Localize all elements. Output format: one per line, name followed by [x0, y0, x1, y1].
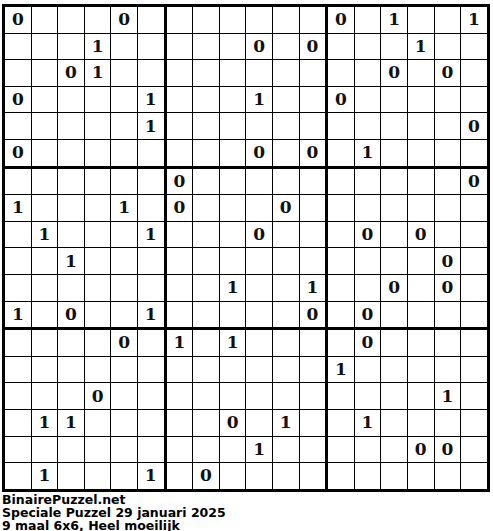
- cell-r14c9-empty[interactable]: [220, 357, 247, 384]
- cell-r18c17-empty[interactable]: [435, 463, 462, 489]
- cell-r17c12-empty[interactable]: [300, 437, 329, 464]
- cell-r6c16-empty[interactable]: [408, 140, 435, 169]
- cell-r14c3-empty[interactable]: [58, 357, 85, 384]
- cell-r7c4-empty[interactable]: [85, 169, 112, 196]
- cell-r6c17-empty[interactable]: [435, 140, 462, 169]
- cell-r5c11-empty[interactable]: [273, 113, 300, 140]
- cell-r17c5-empty[interactable]: [111, 437, 138, 464]
- cell-r10c9-empty[interactable]: [220, 248, 247, 275]
- cell-r9c17-empty[interactable]: [435, 222, 462, 249]
- cell-r11c5-empty[interactable]: [111, 275, 138, 302]
- cell-r13c6-empty[interactable]: [138, 330, 167, 357]
- cell-r14c11-empty[interactable]: [273, 357, 300, 384]
- cell-r14c6-empty[interactable]: [138, 357, 167, 384]
- cell-r4c17-empty[interactable]: [435, 87, 462, 114]
- cell-r18c2-given: 1: [32, 463, 59, 489]
- cell-r1c1-given: 0: [5, 7, 32, 34]
- cell-r15c12-empty[interactable]: [300, 383, 329, 410]
- cell-r8c10-empty[interactable]: [246, 195, 273, 222]
- cell-r18c16-empty[interactable]: [408, 463, 435, 489]
- cell-r16c7-empty[interactable]: [167, 410, 194, 437]
- cell-r18c1-empty[interactable]: [5, 463, 32, 489]
- cell-r18c14-empty[interactable]: [355, 463, 382, 489]
- cell-r2c2-empty[interactable]: [32, 34, 59, 61]
- cell-r13c4-empty[interactable]: [85, 330, 112, 357]
- cell-r5c10-empty[interactable]: [246, 113, 273, 140]
- cell-r17c10-given: 1: [246, 437, 273, 464]
- cell-r15c10-empty[interactable]: [246, 383, 273, 410]
- cell-r5c9-empty[interactable]: [220, 113, 247, 140]
- cell-r11c15-given: 0: [381, 275, 408, 302]
- cell-r16c8-empty[interactable]: [193, 410, 220, 437]
- cell-r6c7-empty[interactable]: [167, 140, 194, 169]
- cell-r8c2-empty[interactable]: [32, 195, 59, 222]
- cell-r17c2-empty[interactable]: [32, 437, 59, 464]
- cell-r3c5-empty[interactable]: [111, 60, 138, 87]
- cell-r9c13-empty[interactable]: [328, 222, 355, 249]
- cell-r9c9-empty[interactable]: [220, 222, 247, 249]
- cell-r3c10-empty[interactable]: [246, 60, 273, 87]
- cell-r13c10-empty[interactable]: [246, 330, 273, 357]
- cell-r7c6-empty[interactable]: [138, 169, 167, 196]
- cell-r16c10-empty[interactable]: [246, 410, 273, 437]
- cell-r16c2-given: 1: [32, 410, 59, 437]
- cell-r5c16-empty[interactable]: [408, 113, 435, 140]
- cell-r6c12-given: 0: [300, 140, 329, 169]
- cell-r2c9-empty[interactable]: [220, 34, 247, 61]
- cell-r18c7-empty[interactable]: [167, 463, 194, 489]
- cell-r10c6-empty[interactable]: [138, 248, 167, 275]
- cell-r17c7-empty[interactable]: [167, 437, 194, 464]
- cell-r10c14-empty[interactable]: [355, 248, 382, 275]
- cell-r2c14-empty[interactable]: [355, 34, 382, 61]
- cell-r3c9-empty[interactable]: [220, 60, 247, 87]
- cell-r16c5-empty[interactable]: [111, 410, 138, 437]
- cell-r5c15-empty[interactable]: [381, 113, 408, 140]
- cell-r10c10-empty[interactable]: [246, 248, 273, 275]
- cell-r6c3-empty[interactable]: [58, 140, 85, 169]
- cell-r11c7-empty[interactable]: [167, 275, 194, 302]
- cell-r13c1-empty[interactable]: [5, 330, 32, 357]
- cell-r1c11-empty[interactable]: [273, 7, 300, 34]
- cell-r13c2-empty[interactable]: [32, 330, 59, 357]
- cell-r16c3-given: 1: [58, 410, 85, 437]
- cell-r6c5-empty[interactable]: [111, 140, 138, 169]
- cell-r7c13-empty[interactable]: [328, 169, 355, 196]
- cell-r15c4-given: 0: [85, 383, 112, 410]
- cell-r16c1-empty[interactable]: [5, 410, 32, 437]
- cell-r17c8-empty[interactable]: [193, 437, 220, 464]
- cell-r2c8-empty[interactable]: [193, 34, 220, 61]
- cell-r2c7-empty[interactable]: [167, 34, 194, 61]
- cell-r15c5-empty[interactable]: [111, 383, 138, 410]
- cell-r11c1-empty[interactable]: [5, 275, 32, 302]
- cell-r10c18-empty[interactable]: [461, 248, 487, 275]
- cell-r14c15-empty[interactable]: [381, 357, 408, 384]
- cell-r4c16-empty[interactable]: [408, 87, 435, 114]
- cell-r2c6-empty[interactable]: [138, 34, 167, 61]
- cell-r15c1-empty[interactable]: [5, 383, 32, 410]
- cell-r4c2-empty[interactable]: [32, 87, 59, 114]
- cell-r3c16-empty[interactable]: [408, 60, 435, 87]
- cell-r11c10-empty[interactable]: [246, 275, 273, 302]
- cell-r14c5-empty[interactable]: [111, 357, 138, 384]
- cell-r13c14-given: 0: [355, 330, 382, 357]
- cell-r3c1-empty[interactable]: [5, 60, 32, 87]
- cell-r9c15-empty[interactable]: [381, 222, 408, 249]
- cell-r18c5-empty[interactable]: [111, 463, 138, 489]
- cell-r2c16-given: 1: [408, 34, 435, 61]
- cell-r6c18-empty[interactable]: [461, 140, 487, 169]
- cell-r4c3-empty[interactable]: [58, 87, 85, 114]
- cell-r12c1-given: 1: [5, 302, 32, 331]
- cell-r13c18-empty[interactable]: [461, 330, 487, 357]
- footer-subtitle: Speciale Puzzel 29 januari 2025: [2, 506, 493, 519]
- cell-r11c3-empty[interactable]: [58, 275, 85, 302]
- cell-r8c6-empty[interactable]: [138, 195, 167, 222]
- cell-r8c9-empty[interactable]: [220, 195, 247, 222]
- cell-r12c17-empty[interactable]: [435, 302, 462, 331]
- cell-r14c14-empty[interactable]: [355, 357, 382, 384]
- cell-r15c14-empty[interactable]: [355, 383, 382, 410]
- cell-r1c9-empty[interactable]: [220, 7, 247, 34]
- cell-r6c13-empty[interactable]: [328, 140, 355, 169]
- cell-r1c8-empty[interactable]: [193, 7, 220, 34]
- cell-r7c10-empty[interactable]: [246, 169, 273, 196]
- cell-r1c2-empty[interactable]: [32, 7, 59, 34]
- cell-r10c13-empty[interactable]: [328, 248, 355, 275]
- cell-r1c13-given: 0: [328, 7, 355, 34]
- cell-r16c6-empty[interactable]: [138, 410, 167, 437]
- cell-r11c14-empty[interactable]: [355, 275, 382, 302]
- cell-r7c8-empty[interactable]: [193, 169, 220, 196]
- cell-r13c16-empty[interactable]: [408, 330, 435, 357]
- cell-r10c2-empty[interactable]: [32, 248, 59, 275]
- cell-r14c12-empty[interactable]: [300, 357, 329, 384]
- cell-r5c2-empty[interactable]: [32, 113, 59, 140]
- cell-r9c7-empty[interactable]: [167, 222, 194, 249]
- cell-r16c11-given: 1: [273, 410, 300, 437]
- cell-r15c8-empty[interactable]: [193, 383, 220, 410]
- cell-r17c17-given: 0: [435, 437, 462, 464]
- cell-r11c13-empty[interactable]: [328, 275, 355, 302]
- cell-r1c6-empty[interactable]: [138, 7, 167, 34]
- cell-r2c17-empty[interactable]: [435, 34, 462, 61]
- cell-r3c8-empty[interactable]: [193, 60, 220, 87]
- cell-r13c3-empty[interactable]: [58, 330, 85, 357]
- cell-r18c9-empty[interactable]: [220, 463, 247, 489]
- cell-r18c4-empty[interactable]: [85, 463, 112, 489]
- cell-r1c10-empty[interactable]: [246, 7, 273, 34]
- cell-r16c12-empty[interactable]: [300, 410, 329, 437]
- cell-r17c1-empty[interactable]: [5, 437, 32, 464]
- cell-r14c10-empty[interactable]: [246, 357, 273, 384]
- cell-r11c2-empty[interactable]: [32, 275, 59, 302]
- cell-r9c4-empty[interactable]: [85, 222, 112, 249]
- cell-r14c16-empty[interactable]: [408, 357, 435, 384]
- cell-r7c17-empty[interactable]: [435, 169, 462, 196]
- cell-r14c4-empty[interactable]: [85, 357, 112, 384]
- cell-r5c7-empty[interactable]: [167, 113, 194, 140]
- cell-r1c14-empty[interactable]: [355, 7, 382, 34]
- cell-r12c11-empty[interactable]: [273, 302, 300, 331]
- cell-r9c2-given: 1: [32, 222, 59, 249]
- cell-r3c12-empty[interactable]: [300, 60, 329, 87]
- cell-r12c18-empty[interactable]: [461, 302, 487, 331]
- cell-r7c16-empty[interactable]: [408, 169, 435, 196]
- cell-r15c2-empty[interactable]: [32, 383, 59, 410]
- cell-r1c16-empty[interactable]: [408, 7, 435, 34]
- cell-r14c1-empty[interactable]: [5, 357, 32, 384]
- cell-r10c8-empty[interactable]: [193, 248, 220, 275]
- cell-r12c10-empty[interactable]: [246, 302, 273, 331]
- cell-r10c11-empty[interactable]: [273, 248, 300, 275]
- cell-r12c8-empty[interactable]: [193, 302, 220, 331]
- cell-r4c18-empty[interactable]: [461, 87, 487, 114]
- cell-r9c11-empty[interactable]: [273, 222, 300, 249]
- cell-r13c9-given: 1: [220, 330, 247, 357]
- cell-r12c12-given: 0: [300, 302, 329, 331]
- cell-r3c6-empty[interactable]: [138, 60, 167, 87]
- cell-r17c14-empty[interactable]: [355, 437, 382, 464]
- cell-r8c1-given: 1: [5, 195, 32, 222]
- cell-r12c9-empty[interactable]: [220, 302, 247, 331]
- cell-r10c12-empty[interactable]: [300, 248, 329, 275]
- cell-r3c2-empty[interactable]: [32, 60, 59, 87]
- cell-r18c18-empty[interactable]: [461, 463, 487, 489]
- cell-r3c14-empty[interactable]: [355, 60, 382, 87]
- cell-r12c4-empty[interactable]: [85, 302, 112, 331]
- cell-r1c4-empty[interactable]: [85, 7, 112, 34]
- cell-r5c6-given: 1: [138, 113, 167, 140]
- cell-r18c12-empty[interactable]: [300, 463, 329, 489]
- cell-r2c3-empty[interactable]: [58, 34, 85, 61]
- cell-r7c7-given: 0: [167, 169, 194, 196]
- cell-r15c11-empty[interactable]: [273, 383, 300, 410]
- cell-r7c11-empty[interactable]: [273, 169, 300, 196]
- cell-r18c11-empty[interactable]: [273, 463, 300, 489]
- cell-r7c15-empty[interactable]: [381, 169, 408, 196]
- cell-r5c18-given: 0: [461, 113, 487, 140]
- cell-r9c16-given: 0: [408, 222, 435, 249]
- cell-r17c3-empty[interactable]: [58, 437, 85, 464]
- cell-r8c14-empty[interactable]: [355, 195, 382, 222]
- cell-r8c16-empty[interactable]: [408, 195, 435, 222]
- cell-r4c4-empty[interactable]: [85, 87, 112, 114]
- cell-r16c4-empty[interactable]: [85, 410, 112, 437]
- cell-r10c15-empty[interactable]: [381, 248, 408, 275]
- cell-r4c12-empty[interactable]: [300, 87, 329, 114]
- cell-r3c18-empty[interactable]: [461, 60, 487, 87]
- cell-r5c5-empty[interactable]: [111, 113, 138, 140]
- cell-r8c4-empty[interactable]: [85, 195, 112, 222]
- cell-r11c6-empty[interactable]: [138, 275, 167, 302]
- cell-r1c3-empty[interactable]: [58, 7, 85, 34]
- cell-r2c4-given: 1: [85, 34, 112, 61]
- cell-r14c18-empty[interactable]: [461, 357, 487, 384]
- cell-r10c16-empty[interactable]: [408, 248, 435, 275]
- cell-r1c5-given: 0: [111, 7, 138, 34]
- cell-r17c11-empty[interactable]: [273, 437, 300, 464]
- cell-r13c8-empty[interactable]: [193, 330, 220, 357]
- cell-r4c5-empty[interactable]: [111, 87, 138, 114]
- cell-r14c7-empty[interactable]: [167, 357, 194, 384]
- cell-r6c4-empty[interactable]: [85, 140, 112, 169]
- cell-r9c12-empty[interactable]: [300, 222, 329, 249]
- cell-r16c16-empty[interactable]: [408, 410, 435, 437]
- cell-r17c6-empty[interactable]: [138, 437, 167, 464]
- cell-r4c15-empty[interactable]: [381, 87, 408, 114]
- cell-r9c3-empty[interactable]: [58, 222, 85, 249]
- cell-r8c13-empty[interactable]: [328, 195, 355, 222]
- cell-r8c18-empty[interactable]: [461, 195, 487, 222]
- cell-r11c16-empty[interactable]: [408, 275, 435, 302]
- cell-r2c1-empty[interactable]: [5, 34, 32, 61]
- cell-r3c17-given: 0: [435, 60, 462, 87]
- cell-r14c2-empty[interactable]: [32, 357, 59, 384]
- cell-r16c13-empty[interactable]: [328, 410, 355, 437]
- cell-r13c12-empty[interactable]: [300, 330, 329, 357]
- cell-r4c8-empty[interactable]: [193, 87, 220, 114]
- cell-r2c18-empty[interactable]: [461, 34, 487, 61]
- cell-r13c11-empty[interactable]: [273, 330, 300, 357]
- cell-r3c11-empty[interactable]: [273, 60, 300, 87]
- cell-r7c14-empty[interactable]: [355, 169, 382, 196]
- cell-r12c15-empty[interactable]: [381, 302, 408, 331]
- cell-r1c17-empty[interactable]: [435, 7, 462, 34]
- cell-r6c11-empty[interactable]: [273, 140, 300, 169]
- cell-r8c3-empty[interactable]: [58, 195, 85, 222]
- footer-details: 9 maal 6x6, Heel moeilijk: [2, 519, 493, 531]
- cell-r9c14-given: 0: [355, 222, 382, 249]
- cell-r15c16-empty[interactable]: [408, 383, 435, 410]
- cell-r17c15-empty[interactable]: [381, 437, 408, 464]
- cell-r12c2-empty[interactable]: [32, 302, 59, 331]
- cell-r13c15-empty[interactable]: [381, 330, 408, 357]
- cell-r14c17-empty[interactable]: [435, 357, 462, 384]
- cell-r9c18-empty[interactable]: [461, 222, 487, 249]
- cell-r7c5-empty[interactable]: [111, 169, 138, 196]
- cell-r17c18-empty[interactable]: [461, 437, 487, 464]
- cell-r2c15-empty[interactable]: [381, 34, 408, 61]
- cell-r4c10-given: 1: [246, 87, 273, 114]
- cell-r11c18-empty[interactable]: [461, 275, 487, 302]
- cell-r18c13-empty[interactable]: [328, 463, 355, 489]
- cell-r3c13-empty[interactable]: [328, 60, 355, 87]
- cell-r9c5-empty[interactable]: [111, 222, 138, 249]
- cell-r6c6-empty[interactable]: [138, 140, 167, 169]
- cell-r3c3-given: 0: [58, 60, 85, 87]
- cell-r8c12-empty[interactable]: [300, 195, 329, 222]
- cell-r17c13-empty[interactable]: [328, 437, 355, 464]
- cell-r7c1-empty[interactable]: [5, 169, 32, 196]
- cell-r16c15-empty[interactable]: [381, 410, 408, 437]
- cell-r7c9-empty[interactable]: [220, 169, 247, 196]
- cell-r13c17-empty[interactable]: [435, 330, 462, 357]
- cell-r15c15-empty[interactable]: [381, 383, 408, 410]
- cell-r18c15-empty[interactable]: [381, 463, 408, 489]
- cell-r8c15-empty[interactable]: [381, 195, 408, 222]
- cell-r6c2-empty[interactable]: [32, 140, 59, 169]
- cell-r12c13-empty[interactable]: [328, 302, 355, 331]
- cell-r6c1-given: 0: [5, 140, 32, 169]
- cell-r5c12-empty[interactable]: [300, 113, 329, 140]
- cell-r14c8-empty[interactable]: [193, 357, 220, 384]
- cell-r2c13-empty[interactable]: [328, 34, 355, 61]
- cell-r8c17-empty[interactable]: [435, 195, 462, 222]
- cell-r7c2-empty[interactable]: [32, 169, 59, 196]
- cell-r18c3-empty[interactable]: [58, 463, 85, 489]
- cell-r13c13-empty[interactable]: [328, 330, 355, 357]
- cell-r5c13-empty[interactable]: [328, 113, 355, 140]
- cell-r16c9-given: 0: [220, 410, 247, 437]
- cell-r18c10-empty[interactable]: [246, 463, 273, 489]
- cell-r17c9-empty[interactable]: [220, 437, 247, 464]
- cell-r12c7-empty[interactable]: [167, 302, 194, 331]
- cell-r10c1-empty[interactable]: [5, 248, 32, 275]
- cell-r12c5-empty[interactable]: [111, 302, 138, 331]
- cell-r16c18-empty[interactable]: [461, 410, 487, 437]
- cell-r6c15-empty[interactable]: [381, 140, 408, 169]
- cell-r9c1-empty[interactable]: [5, 222, 32, 249]
- cell-r17c4-empty[interactable]: [85, 437, 112, 464]
- cell-r4c11-empty[interactable]: [273, 87, 300, 114]
- cell-r5c8-empty[interactable]: [193, 113, 220, 140]
- cell-r11c8-empty[interactable]: [193, 275, 220, 302]
- cell-r16c17-empty[interactable]: [435, 410, 462, 437]
- cell-r10c7-empty[interactable]: [167, 248, 194, 275]
- cell-r5c4-empty[interactable]: [85, 113, 112, 140]
- cell-r1c7-empty[interactable]: [167, 7, 194, 34]
- cell-r4c7-empty[interactable]: [167, 87, 194, 114]
- cell-r10c4-empty[interactable]: [85, 248, 112, 275]
- cell-r16c14-given: 1: [355, 410, 382, 437]
- cell-r4c9-empty[interactable]: [220, 87, 247, 114]
- cell-r15c3-empty[interactable]: [58, 383, 85, 410]
- cell-r6c9-empty[interactable]: [220, 140, 247, 169]
- cell-r11c11-empty[interactable]: [273, 275, 300, 302]
- cell-r15c18-empty[interactable]: [461, 383, 487, 410]
- cell-r5c1-empty[interactable]: [5, 113, 32, 140]
- cell-r15c7-empty[interactable]: [167, 383, 194, 410]
- cell-r1c12-empty[interactable]: [300, 7, 329, 34]
- cell-r2c11-empty[interactable]: [273, 34, 300, 61]
- cell-r7c3-empty[interactable]: [58, 169, 85, 196]
- cell-r5c14-empty[interactable]: [355, 113, 382, 140]
- cell-r7c12-empty[interactable]: [300, 169, 329, 196]
- cell-r3c7-empty[interactable]: [167, 60, 194, 87]
- cell-r4c13-given: 0: [328, 87, 355, 114]
- cell-r8c8-empty[interactable]: [193, 195, 220, 222]
- cell-r6c8-empty[interactable]: [193, 140, 220, 169]
- cell-r15c13-empty[interactable]: [328, 383, 355, 410]
- cell-r2c5-empty[interactable]: [111, 34, 138, 61]
- cell-r9c8-empty[interactable]: [193, 222, 220, 249]
- cell-r11c9-given: 1: [220, 275, 247, 302]
- grid-wrapper: 0001110010100011010000100110011000101100…: [0, 0, 493, 492]
- cell-r12c16-empty[interactable]: [408, 302, 435, 331]
- cell-r13c5-given: 0: [111, 330, 138, 357]
- cell-r15c17-given: 1: [435, 383, 462, 410]
- cell-r5c17-empty[interactable]: [435, 113, 462, 140]
- cell-r15c6-empty[interactable]: [138, 383, 167, 410]
- cell-r10c5-empty[interactable]: [111, 248, 138, 275]
- cell-r4c14-empty[interactable]: [355, 87, 382, 114]
- cell-r6c10-given: 0: [246, 140, 273, 169]
- cell-r11c4-empty[interactable]: [85, 275, 112, 302]
- cell-r5c3-empty[interactable]: [58, 113, 85, 140]
- cell-r15c9-empty[interactable]: [220, 383, 247, 410]
